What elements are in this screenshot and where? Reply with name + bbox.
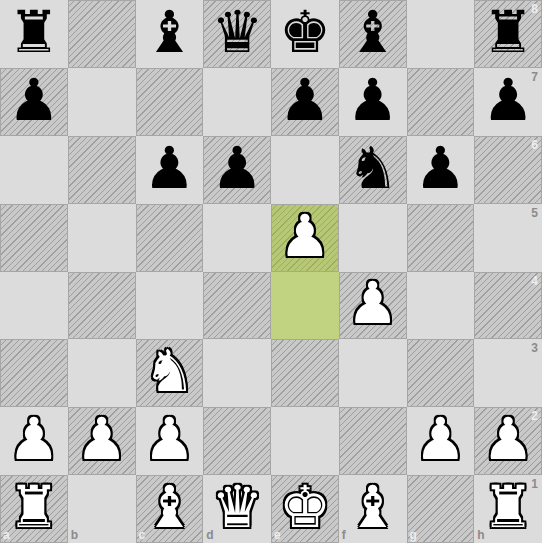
- piece-white-rook[interactable]: ♜: [8, 478, 60, 536]
- coordinate-rank-4: 4: [531, 274, 538, 288]
- piece-white-pawn[interactable]: ♟: [414, 410, 466, 468]
- piece-white-pawn[interactable]: ♟: [279, 207, 331, 265]
- square-e4[interactable]: [271, 272, 339, 340]
- square-a6[interactable]: [0, 136, 68, 204]
- square-d8[interactable]: ♛: [203, 0, 271, 68]
- piece-black-pawn[interactable]: ♟: [414, 139, 466, 197]
- square-e7[interactable]: ♟: [271, 68, 339, 136]
- square-c5[interactable]: [136, 204, 204, 272]
- square-b7[interactable]: [68, 68, 136, 136]
- coordinate-file-b: b: [71, 528, 78, 542]
- piece-white-pawn[interactable]: ♟: [143, 410, 195, 468]
- square-f2[interactable]: [339, 407, 407, 475]
- square-g2[interactable]: ♟: [407, 407, 475, 475]
- piece-black-rook[interactable]: ♜: [8, 3, 60, 61]
- square-e1[interactable]: ♚e: [271, 475, 339, 543]
- piece-black-pawn[interactable]: ♟: [347, 71, 399, 129]
- piece-black-pawn[interactable]: ♟: [211, 139, 263, 197]
- square-a4[interactable]: [0, 272, 68, 340]
- square-d1[interactable]: ♛d: [203, 475, 271, 543]
- square-c1[interactable]: ♝c: [136, 475, 204, 543]
- square-d5[interactable]: [203, 204, 271, 272]
- piece-white-pawn[interactable]: ♟: [482, 410, 534, 468]
- square-h6[interactable]: 6: [474, 136, 542, 204]
- square-h2[interactable]: ♟2: [474, 407, 542, 475]
- square-b1[interactable]: b: [68, 475, 136, 543]
- square-b5[interactable]: [68, 204, 136, 272]
- piece-black-bishop[interactable]: ♝: [347, 3, 399, 61]
- square-f3[interactable]: [339, 339, 407, 407]
- square-d4[interactable]: [203, 272, 271, 340]
- square-e2[interactable]: [271, 407, 339, 475]
- square-f7[interactable]: ♟: [339, 68, 407, 136]
- square-a8[interactable]: ♜: [0, 0, 68, 68]
- chess-board: ♜♝♛♚♝♜8♟♟♟♟7♟♟♞♟6♟5♟4♞3♟♟♟♟♟2♜ab♝c♛d♚e♝f…: [0, 0, 542, 543]
- square-c4[interactable]: [136, 272, 204, 340]
- square-h8[interactable]: ♜8: [474, 0, 542, 68]
- square-e6[interactable]: [271, 136, 339, 204]
- square-h1[interactable]: ♜1h: [474, 475, 542, 543]
- square-a7[interactable]: ♟: [0, 68, 68, 136]
- square-g7[interactable]: [407, 68, 475, 136]
- square-g1[interactable]: g: [407, 475, 475, 543]
- square-h3[interactable]: 3: [474, 339, 542, 407]
- piece-white-pawn[interactable]: ♟: [347, 274, 399, 332]
- square-a1[interactable]: ♜a: [0, 475, 68, 543]
- square-d2[interactable]: [203, 407, 271, 475]
- square-d7[interactable]: [203, 68, 271, 136]
- coordinate-rank-5: 5: [531, 206, 538, 220]
- square-e3[interactable]: [271, 339, 339, 407]
- coordinate-rank-6: 6: [531, 138, 538, 152]
- coordinate-file-g: g: [410, 528, 417, 542]
- piece-black-pawn[interactable]: ♟: [8, 71, 60, 129]
- piece-black-queen[interactable]: ♛: [211, 3, 263, 61]
- square-e5[interactable]: ♟: [271, 204, 339, 272]
- square-f8[interactable]: ♝: [339, 0, 407, 68]
- square-d3[interactable]: [203, 339, 271, 407]
- square-d6[interactable]: ♟: [203, 136, 271, 204]
- square-c3[interactable]: ♞: [136, 339, 204, 407]
- square-b6[interactable]: [68, 136, 136, 204]
- coordinate-rank-3: 3: [531, 341, 538, 355]
- square-c2[interactable]: ♟: [136, 407, 204, 475]
- square-g6[interactable]: ♟: [407, 136, 475, 204]
- square-a5[interactable]: [0, 204, 68, 272]
- piece-black-king[interactable]: ♚: [279, 3, 331, 61]
- square-g3[interactable]: [407, 339, 475, 407]
- piece-white-knight[interactable]: ♞: [143, 342, 195, 400]
- coordinate-file-f: f: [342, 528, 346, 542]
- square-c8[interactable]: ♝: [136, 0, 204, 68]
- square-f5[interactable]: [339, 204, 407, 272]
- square-h7[interactable]: ♟7: [474, 68, 542, 136]
- square-b8[interactable]: [68, 0, 136, 68]
- piece-black-bishop[interactable]: ♝: [143, 3, 195, 61]
- square-b3[interactable]: [68, 339, 136, 407]
- piece-white-queen[interactable]: ♛: [211, 478, 263, 536]
- square-g8[interactable]: [407, 0, 475, 68]
- square-g5[interactable]: [407, 204, 475, 272]
- square-e8[interactable]: ♚: [271, 0, 339, 68]
- square-h5[interactable]: 5: [474, 204, 542, 272]
- square-f1[interactable]: ♝f: [339, 475, 407, 543]
- piece-black-pawn[interactable]: ♟: [482, 71, 534, 129]
- piece-white-pawn[interactable]: ♟: [76, 410, 128, 468]
- square-a2[interactable]: ♟: [0, 407, 68, 475]
- square-b4[interactable]: [68, 272, 136, 340]
- square-c7[interactable]: [136, 68, 204, 136]
- square-g4[interactable]: [407, 272, 475, 340]
- square-a3[interactable]: [0, 339, 68, 407]
- piece-white-bishop[interactable]: ♝: [347, 478, 399, 536]
- piece-black-pawn[interactable]: ♟: [279, 71, 331, 129]
- square-c6[interactable]: ♟: [136, 136, 204, 204]
- piece-white-rook[interactable]: ♜: [482, 478, 534, 536]
- square-f6[interactable]: ♞: [339, 136, 407, 204]
- piece-black-rook[interactable]: ♜: [482, 3, 534, 61]
- square-b2[interactable]: ♟: [68, 407, 136, 475]
- piece-black-knight[interactable]: ♞: [347, 139, 399, 197]
- piece-white-king[interactable]: ♚: [279, 478, 331, 536]
- piece-white-bishop[interactable]: ♝: [143, 478, 195, 536]
- square-f4[interactable]: ♟: [339, 272, 407, 340]
- piece-black-pawn[interactable]: ♟: [143, 139, 195, 197]
- piece-white-pawn[interactable]: ♟: [8, 410, 60, 468]
- square-h4[interactable]: 4: [474, 272, 542, 340]
